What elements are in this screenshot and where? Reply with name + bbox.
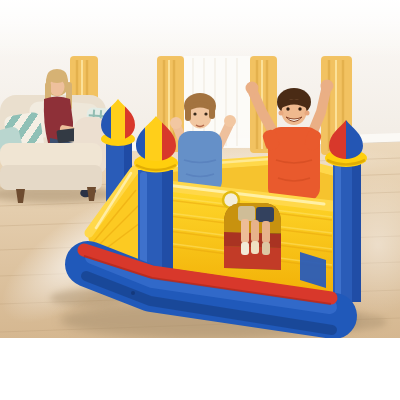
child2-ear-right (305, 111, 310, 116)
child2-eye-right (298, 107, 301, 110)
leg-2 (251, 220, 259, 242)
woman-hair-top (47, 69, 67, 83)
child2-fist-right (321, 80, 334, 93)
child1-eye-right (204, 112, 207, 115)
product-photo (0, 0, 400, 400)
leg-3 (262, 221, 270, 243)
leg-shorts-khaki (238, 206, 255, 221)
living-room-scene (0, 0, 400, 400)
sofa-base (0, 165, 102, 190)
sock-1 (241, 242, 249, 255)
child1-fist-right (224, 115, 236, 127)
child2-eye-left (286, 107, 289, 110)
photo-top-fade (0, 0, 400, 58)
sock-3 (262, 242, 270, 255)
tower-r-column-shade (352, 162, 361, 302)
photo-bottom-margin (0, 338, 400, 400)
child1-hair-side-r (209, 105, 215, 119)
leg-shorts-navy (256, 207, 274, 222)
arch-doorway (224, 203, 281, 270)
sock-2 (251, 241, 259, 254)
child1-eye-left (193, 112, 196, 115)
child2-fist-left (246, 82, 259, 95)
child1-hair-side-l (185, 105, 191, 121)
leg-1 (241, 219, 249, 243)
arch-interior (224, 203, 281, 270)
child2-ear-left (279, 111, 284, 116)
child1-fist-left (170, 117, 182, 129)
tower-r-column-highlight (335, 164, 341, 298)
air-valve (131, 291, 135, 295)
